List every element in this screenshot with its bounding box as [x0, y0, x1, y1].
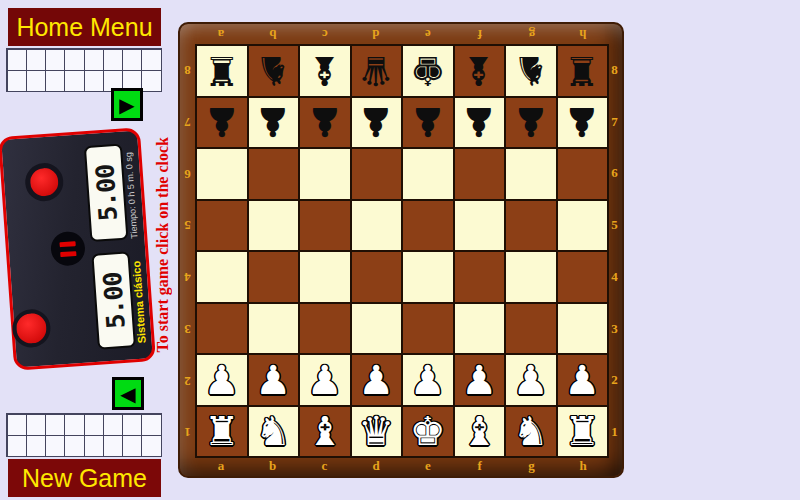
move-cell: [64, 435, 84, 457]
piece-white-king[interactable]: ♚: [410, 411, 446, 451]
square-b7[interactable]: ♟: [248, 97, 300, 149]
square-f2[interactable]: ♟: [454, 354, 506, 406]
square-a6[interactable]: [196, 148, 248, 200]
square-b4[interactable]: [248, 251, 300, 303]
square-f5[interactable]: [454, 200, 506, 252]
square-a3[interactable]: [196, 303, 248, 355]
move-cell: [103, 49, 123, 71]
square-b2[interactable]: ♟: [248, 354, 300, 406]
rank-label-2: 2: [607, 355, 622, 407]
square-h4[interactable]: [557, 251, 609, 303]
piece-black-bishop[interactable]: ♝: [461, 51, 497, 91]
square-e6[interactable]: [402, 148, 454, 200]
rank-label-8: 8: [180, 44, 195, 96]
rank-label-4: 4: [180, 251, 195, 303]
rank-label-5: 5: [607, 199, 622, 251]
square-h1[interactable]: ♜: [557, 406, 609, 458]
move-cell: [26, 414, 46, 436]
rank-label-2: 2: [180, 355, 195, 407]
move-cell: [45, 49, 65, 71]
rank-label-4: 4: [607, 251, 622, 303]
piece-black-knight[interactable]: ♞: [513, 51, 549, 91]
file-label-f: f: [454, 456, 506, 476]
clock-plunger-bottom[interactable]: [11, 308, 52, 349]
pause-icon: [50, 230, 86, 266]
piece-black-rook[interactable]: ♜: [204, 51, 240, 91]
piece-black-pawn[interactable]: ♟: [358, 102, 394, 142]
square-c8[interactable]: ♝: [299, 45, 351, 97]
rank-labels-right: 87654321: [607, 44, 622, 458]
rank-label-6: 6: [607, 148, 622, 200]
move-cell: [141, 49, 161, 71]
piece-black-pawn[interactable]: ♟: [513, 102, 549, 142]
piece-white-pawn[interactable]: ♟: [410, 360, 446, 400]
square-e8[interactable]: ♚: [402, 45, 454, 97]
square-b6[interactable]: [248, 148, 300, 200]
square-e2[interactable]: ♟: [402, 354, 454, 406]
play-back-button[interactable]: ◀: [112, 377, 144, 410]
file-label-c: c: [299, 24, 351, 44]
square-g2[interactable]: ♟: [505, 354, 557, 406]
system-label: Sistema clásico: [130, 260, 148, 343]
file-label-d: d: [350, 456, 402, 476]
square-c1[interactable]: ♝: [299, 406, 351, 458]
square-h3[interactable]: [557, 303, 609, 355]
clock-instruction-text: To start game click on the clock: [154, 137, 172, 352]
black-time-value: 5.00: [90, 164, 123, 222]
move-cell: [7, 49, 27, 71]
new-game-button[interactable]: New Game: [8, 459, 161, 497]
rank-label-1: 1: [607, 406, 622, 458]
clock-body: 5.00 5.00 Tiempo: 0 h 5 m. 0 sg Sistema …: [0, 127, 156, 370]
file-label-e: e: [402, 24, 454, 44]
square-e4[interactable]: [402, 251, 454, 303]
rank-label-1: 1: [180, 406, 195, 458]
square-b3[interactable]: [248, 303, 300, 355]
piece-black-pawn[interactable]: ♟: [255, 102, 291, 142]
piece-black-pawn[interactable]: ♟: [204, 102, 240, 142]
rank-label-5: 5: [180, 199, 195, 251]
file-label-c: c: [299, 456, 351, 476]
square-d2[interactable]: ♟: [351, 354, 403, 406]
piece-black-queen[interactable]: ♛: [358, 51, 394, 91]
move-cell: [45, 414, 65, 436]
rank-label-7: 7: [180, 96, 195, 148]
clock-instruction-wrap: To start game click on the clock: [149, 120, 177, 370]
move-cell: [64, 70, 84, 92]
square-g7[interactable]: ♟: [505, 97, 557, 149]
square-c3[interactable]: [299, 303, 351, 355]
move-cell: [64, 49, 84, 71]
file-label-d: d: [350, 24, 402, 44]
piece-white-knight[interactable]: ♞: [513, 411, 549, 451]
chess-board: abcdefgh abcdefgh 87654321 87654321 ♜♞♝♛…: [178, 22, 624, 478]
time-setting-label: Tiempo: 0 h 5 m. 0 sg: [123, 151, 139, 238]
move-cell: [122, 49, 142, 71]
square-b1[interactable]: ♞: [248, 406, 300, 458]
square-g6[interactable]: [505, 148, 557, 200]
file-labels-top: abcdefgh: [195, 24, 609, 44]
white-time-value: 5.00: [97, 272, 130, 330]
rank-label-3: 3: [607, 303, 622, 355]
square-g8[interactable]: ♞: [505, 45, 557, 97]
piece-black-rook[interactable]: ♜: [564, 51, 600, 91]
move-cell: [45, 435, 65, 457]
square-d4[interactable]: [351, 251, 403, 303]
square-e1[interactable]: ♚: [402, 406, 454, 458]
move-cell: [64, 414, 84, 436]
piece-white-bishop[interactable]: ♝: [307, 411, 343, 451]
piece-white-pawn[interactable]: ♟: [513, 360, 549, 400]
square-h5[interactable]: [557, 200, 609, 252]
rank-label-8: 8: [607, 44, 622, 96]
score-grid-top: [6, 48, 162, 92]
play-forward-button[interactable]: ▶: [111, 88, 143, 121]
square-h6[interactable]: [557, 148, 609, 200]
chess-app-window: Home Menu ▶ 5.00 5.00 Tiempo: 0 h 5 m. 0…: [0, 0, 800, 500]
move-cell: [141, 70, 161, 92]
square-b8[interactable]: ♞: [248, 45, 300, 97]
clock-plunger-top[interactable]: [24, 162, 65, 203]
square-h2[interactable]: ♟: [557, 354, 609, 406]
square-g5[interactable]: [505, 200, 557, 252]
back-icon: ◀: [120, 384, 135, 404]
square-h8[interactable]: ♜: [557, 45, 609, 97]
piece-black-pawn[interactable]: ♟: [564, 102, 600, 142]
piece-white-rook[interactable]: ♜: [204, 411, 240, 451]
move-cell: [84, 435, 104, 457]
piece-white-pawn[interactable]: ♟: [461, 360, 497, 400]
move-cell: [84, 49, 104, 71]
move-cell: [84, 414, 104, 436]
square-f6[interactable]: [454, 148, 506, 200]
piece-white-pawn[interactable]: ♟: [204, 360, 240, 400]
square-a5[interactable]: [196, 200, 248, 252]
square-a7[interactable]: ♟: [196, 97, 248, 149]
square-g3[interactable]: [505, 303, 557, 355]
rank-labels-left: 87654321: [180, 44, 195, 458]
square-f1[interactable]: ♝: [454, 406, 506, 458]
piece-black-pawn[interactable]: ♟: [307, 102, 343, 142]
move-cell: [7, 435, 27, 457]
file-label-b: b: [247, 24, 299, 44]
square-c6[interactable]: [299, 148, 351, 200]
board-squares: ♜♞♝♛♚♝♞♜♟♟♟♟♟♟♟♟♟♟♟♟♟♟♟♟♜♞♝♛♚♝♞♜: [195, 44, 609, 458]
rank-label-7: 7: [607, 96, 622, 148]
file-label-h: h: [557, 456, 609, 476]
move-cell: [141, 435, 161, 457]
square-d5[interactable]: [351, 200, 403, 252]
play-icon: ▶: [119, 95, 134, 115]
square-d6[interactable]: [351, 148, 403, 200]
home-menu-button[interactable]: Home Menu: [8, 8, 161, 46]
square-e7[interactable]: ♟: [402, 97, 454, 149]
square-e3[interactable]: [402, 303, 454, 355]
move-cell: [7, 70, 27, 92]
square-c7[interactable]: ♟: [299, 97, 351, 149]
file-label-g: g: [506, 24, 558, 44]
square-a4[interactable]: [196, 251, 248, 303]
piece-white-queen[interactable]: ♛: [358, 411, 394, 451]
file-label-g: g: [506, 456, 558, 476]
square-f7[interactable]: ♟: [454, 97, 506, 149]
move-cell: [103, 414, 123, 436]
piece-black-pawn[interactable]: ♟: [461, 102, 497, 142]
file-label-a: a: [195, 24, 247, 44]
piece-black-bishop[interactable]: ♝: [307, 51, 343, 91]
square-b5[interactable]: [248, 200, 300, 252]
piece-white-pawn[interactable]: ♟: [358, 360, 394, 400]
square-g4[interactable]: [505, 251, 557, 303]
piece-white-pawn[interactable]: ♟: [307, 360, 343, 400]
square-f8[interactable]: ♝: [454, 45, 506, 97]
move-cell: [141, 414, 161, 436]
square-h7[interactable]: ♟: [557, 97, 609, 149]
move-cell: [26, 435, 46, 457]
square-c4[interactable]: [299, 251, 351, 303]
square-e5[interactable]: [402, 200, 454, 252]
square-d7[interactable]: ♟: [351, 97, 403, 149]
piece-black-pawn[interactable]: ♟: [410, 102, 446, 142]
move-cell: [45, 70, 65, 92]
square-f4[interactable]: [454, 251, 506, 303]
file-label-e: e: [402, 456, 454, 476]
move-cell: [7, 414, 27, 436]
chess-clock[interactable]: 5.00 5.00 Tiempo: 0 h 5 m. 0 sg Sistema …: [2, 124, 150, 370]
rank-label-3: 3: [180, 303, 195, 355]
piece-white-bishop[interactable]: ♝: [461, 411, 497, 451]
file-labels-bottom: abcdefgh: [195, 456, 609, 476]
file-label-f: f: [454, 24, 506, 44]
square-d8[interactable]: ♛: [351, 45, 403, 97]
square-a1[interactable]: ♜: [196, 406, 248, 458]
square-c5[interactable]: [299, 200, 351, 252]
file-label-a: a: [195, 456, 247, 476]
score-grid-bottom: [6, 413, 162, 457]
move-cell: [26, 49, 46, 71]
move-cell: [122, 414, 142, 436]
piece-white-pawn[interactable]: ♟: [564, 360, 600, 400]
square-d3[interactable]: [351, 303, 403, 355]
square-c2[interactable]: ♟: [299, 354, 351, 406]
move-cell: [103, 435, 123, 457]
square-f3[interactable]: [454, 303, 506, 355]
square-a8[interactable]: ♜: [196, 45, 248, 97]
square-a2[interactable]: ♟: [196, 354, 248, 406]
piece-black-king[interactable]: ♚: [410, 51, 446, 91]
file-label-h: h: [557, 24, 609, 44]
piece-black-knight[interactable]: ♞: [255, 51, 291, 91]
piece-white-pawn[interactable]: ♟: [255, 360, 291, 400]
square-d1[interactable]: ♛: [351, 406, 403, 458]
move-cell: [84, 70, 104, 92]
file-label-b: b: [247, 456, 299, 476]
piece-white-knight[interactable]: ♞: [255, 411, 291, 451]
move-cell: [122, 435, 142, 457]
move-cell: [26, 70, 46, 92]
square-g1[interactable]: ♞: [505, 406, 557, 458]
rank-label-6: 6: [180, 148, 195, 200]
piece-white-rook[interactable]: ♜: [564, 411, 600, 451]
